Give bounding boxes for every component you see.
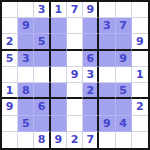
cell-r2c2[interactable]: 9 bbox=[18, 18, 34, 34]
cell-r8c8[interactable]: 4 bbox=[116, 116, 132, 132]
cell-r6c2[interactable]: 8 bbox=[18, 83, 34, 99]
cell-r6c7[interactable] bbox=[99, 83, 115, 99]
cell-r7c5[interactable] bbox=[67, 99, 83, 115]
cell-r4c7[interactable] bbox=[99, 51, 115, 67]
cell-r1c6[interactable]: 9 bbox=[83, 2, 99, 18]
cell-r3c8[interactable] bbox=[116, 34, 132, 50]
cell-r3c1[interactable]: 2 bbox=[2, 34, 18, 50]
cell-r8c9[interactable] bbox=[132, 116, 148, 132]
cell-r4c3[interactable] bbox=[34, 51, 50, 67]
cell-r2c1[interactable] bbox=[2, 18, 18, 34]
cell-r1c4[interactable]: 1 bbox=[51, 2, 67, 18]
cell-r7c3[interactable]: 6 bbox=[34, 99, 50, 115]
cell-r7c4[interactable] bbox=[51, 99, 67, 115]
cell-r5c1[interactable] bbox=[2, 67, 18, 83]
cell-r7c9[interactable]: 2 bbox=[132, 99, 148, 115]
cell-r2c5[interactable] bbox=[67, 18, 83, 34]
cell-r2c3[interactable] bbox=[34, 18, 50, 34]
cell-r9c4[interactable]: 9 bbox=[51, 132, 67, 148]
sudoku-board: 3179937259536993118259625948927 bbox=[0, 0, 150, 150]
cell-r8c2[interactable]: 5 bbox=[18, 116, 34, 132]
cell-r1c9[interactable] bbox=[132, 2, 148, 18]
cell-r4c2[interactable]: 3 bbox=[18, 51, 34, 67]
cell-r8c7[interactable]: 9 bbox=[99, 116, 115, 132]
cell-r5c8[interactable] bbox=[116, 67, 132, 83]
cell-r2c7[interactable]: 3 bbox=[99, 18, 115, 34]
cell-r3c3[interactable]: 5 bbox=[34, 34, 50, 50]
cell-r3c4[interactable] bbox=[51, 34, 67, 50]
cell-r4c8[interactable]: 9 bbox=[116, 51, 132, 67]
cell-r8c5[interactable] bbox=[67, 116, 83, 132]
cell-r4c9[interactable] bbox=[132, 51, 148, 67]
cell-r9c8[interactable] bbox=[116, 132, 132, 148]
cell-r9c7[interactable] bbox=[99, 132, 115, 148]
cell-r1c2[interactable] bbox=[18, 2, 34, 18]
cell-r6c1[interactable]: 1 bbox=[2, 83, 18, 99]
cell-r1c1[interactable] bbox=[2, 2, 18, 18]
cell-r4c5[interactable] bbox=[67, 51, 83, 67]
cell-r4c4[interactable] bbox=[51, 51, 67, 67]
cell-r5c7[interactable] bbox=[99, 67, 115, 83]
cell-r5c9[interactable]: 1 bbox=[132, 67, 148, 83]
cell-r5c6[interactable]: 3 bbox=[83, 67, 99, 83]
cell-r6c5[interactable] bbox=[67, 83, 83, 99]
cell-r9c6[interactable]: 7 bbox=[83, 132, 99, 148]
cell-r1c3[interactable]: 3 bbox=[34, 2, 50, 18]
cell-r8c4[interactable] bbox=[51, 116, 67, 132]
cell-r2c6[interactable] bbox=[83, 18, 99, 34]
cell-r3c6[interactable] bbox=[83, 34, 99, 50]
cell-r5c3[interactable] bbox=[34, 67, 50, 83]
cell-r6c9[interactable] bbox=[132, 83, 148, 99]
cell-r9c5[interactable]: 2 bbox=[67, 132, 83, 148]
cell-r6c3[interactable] bbox=[34, 83, 50, 99]
cell-r5c2[interactable] bbox=[18, 67, 34, 83]
cell-r7c6[interactable] bbox=[83, 99, 99, 115]
cell-r1c8[interactable] bbox=[116, 2, 132, 18]
cell-r8c3[interactable] bbox=[34, 116, 50, 132]
cell-r6c4[interactable] bbox=[51, 83, 67, 99]
cell-r1c7[interactable] bbox=[99, 2, 115, 18]
cell-r2c4[interactable] bbox=[51, 18, 67, 34]
cell-r7c1[interactable]: 9 bbox=[2, 99, 18, 115]
cell-r8c6[interactable] bbox=[83, 116, 99, 132]
cell-r1c5[interactable]: 7 bbox=[67, 2, 83, 18]
cell-r9c1[interactable] bbox=[2, 132, 18, 148]
cell-r4c1[interactable]: 5 bbox=[2, 51, 18, 67]
cell-r2c9[interactable] bbox=[132, 18, 148, 34]
cell-r6c8[interactable]: 5 bbox=[116, 83, 132, 99]
cell-r7c2[interactable] bbox=[18, 99, 34, 115]
cell-r7c7[interactable] bbox=[99, 99, 115, 115]
cell-r6c6[interactable]: 2 bbox=[83, 83, 99, 99]
cell-r7c8[interactable] bbox=[116, 99, 132, 115]
cell-r2c8[interactable]: 7 bbox=[116, 18, 132, 34]
cell-r3c7[interactable] bbox=[99, 34, 115, 50]
cell-r8c1[interactable] bbox=[2, 116, 18, 132]
cell-r3c5[interactable] bbox=[67, 34, 83, 50]
cell-r9c9[interactable] bbox=[132, 132, 148, 148]
cell-r4c6[interactable]: 6 bbox=[83, 51, 99, 67]
cell-r5c5[interactable]: 9 bbox=[67, 67, 83, 83]
cell-r9c3[interactable]: 8 bbox=[34, 132, 50, 148]
cell-r3c9[interactable]: 9 bbox=[132, 34, 148, 50]
cell-r9c2[interactable] bbox=[18, 132, 34, 148]
cell-r3c2[interactable] bbox=[18, 34, 34, 50]
cell-r5c4[interactable] bbox=[51, 67, 67, 83]
